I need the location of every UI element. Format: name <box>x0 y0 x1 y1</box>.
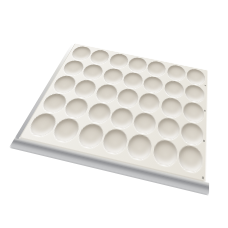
pit-cavity <box>126 133 154 162</box>
pit-cavity <box>151 138 177 167</box>
pit-cavity <box>178 144 203 174</box>
product-photo-canvas <box>0 0 228 228</box>
tray <box>19 43 208 182</box>
rivet-dot <box>202 176 204 179</box>
pit-r5c6[interactable] <box>150 137 179 169</box>
rivet-dot <box>203 140 205 142</box>
rivet-dot <box>204 110 206 112</box>
rivet-dot <box>205 85 207 87</box>
pit-r5c7[interactable] <box>176 143 203 176</box>
